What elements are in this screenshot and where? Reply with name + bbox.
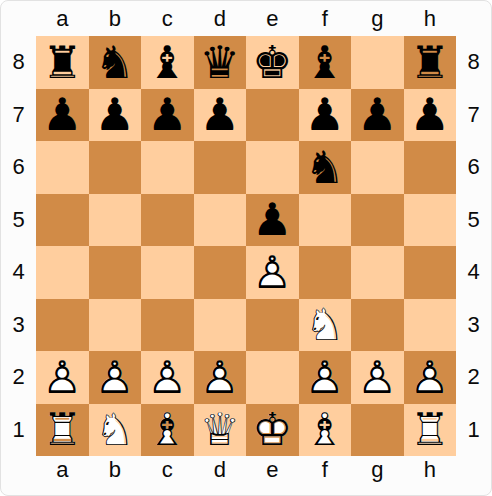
square-h3[interactable]	[404, 299, 457, 352]
piece-black-rook-h8[interactable]: ♜	[404, 36, 457, 89]
piece-black-pawn-d7[interactable]: ♟	[194, 89, 247, 142]
square-d7[interactable]: ♟	[194, 89, 247, 142]
square-d4[interactable]	[194, 246, 247, 299]
piece-white-pawn-a2[interactable]: ♟♙	[36, 351, 89, 404]
square-b2[interactable]: ♟♙	[89, 351, 142, 404]
file-label-g-bottom: g	[351, 448, 404, 491]
square-d2[interactable]: ♟♙	[194, 351, 247, 404]
file-label-e-bottom: e	[246, 448, 299, 491]
square-g8[interactable]	[351, 36, 404, 89]
square-a3[interactable]	[36, 299, 89, 352]
chess-board-panel: abcdefgh 87654321 ♜♞♝♛♚♝♜♟♟♟♟♟♟♟♞♟♟♙♞♘♟♙…	[0, 0, 492, 496]
square-b7[interactable]: ♟	[89, 89, 142, 142]
square-b6[interactable]	[89, 141, 142, 194]
piece-white-pawn-h2[interactable]: ♟♙	[404, 351, 457, 404]
square-a7[interactable]: ♟	[36, 89, 89, 142]
file-label-d-bottom: d	[194, 448, 247, 491]
square-h5[interactable]	[404, 194, 457, 247]
square-a2[interactable]: ♟♙	[36, 351, 89, 404]
piece-black-pawn-a7[interactable]: ♟	[36, 89, 89, 142]
piece-black-knight-b8[interactable]: ♞	[89, 36, 142, 89]
white-piece-outline-layer: ♙	[141, 351, 194, 404]
square-f8[interactable]: ♝	[299, 36, 352, 89]
square-h8[interactable]: ♜	[404, 36, 457, 89]
square-a8[interactable]: ♜	[36, 36, 89, 89]
rank-label-6-left: 6	[1, 141, 36, 194]
piece-black-pawn-e5[interactable]: ♟	[246, 194, 299, 247]
square-f2[interactable]: ♟♙	[299, 351, 352, 404]
square-e3[interactable]	[246, 299, 299, 352]
file-label-f-top: f	[299, 1, 352, 36]
square-g5[interactable]	[351, 194, 404, 247]
file-labels-bottom: abcdefgh	[36, 448, 456, 491]
square-h7[interactable]: ♟	[404, 89, 457, 142]
white-piece-outline-layer: ♘	[299, 299, 352, 352]
square-e2[interactable]	[246, 351, 299, 404]
square-h6[interactable]	[404, 141, 457, 194]
file-label-a-top: a	[36, 1, 89, 36]
piece-black-bishop-f8[interactable]: ♝	[299, 36, 352, 89]
piece-black-queen-d8[interactable]: ♛	[194, 36, 247, 89]
square-f4[interactable]	[299, 246, 352, 299]
rank-label-2-left: 2	[1, 351, 36, 404]
piece-white-pawn-d2[interactable]: ♟♙	[194, 351, 247, 404]
piece-black-king-e8[interactable]: ♚	[246, 36, 299, 89]
square-f7[interactable]: ♟	[299, 89, 352, 142]
square-b4[interactable]	[89, 246, 142, 299]
file-label-c-top: c	[141, 1, 194, 36]
square-c5[interactable]	[141, 194, 194, 247]
square-f5[interactable]	[299, 194, 352, 247]
square-b3[interactable]	[89, 299, 142, 352]
rank-label-5-left: 5	[1, 194, 36, 247]
white-piece-outline-layer: ♙	[36, 351, 89, 404]
piece-white-pawn-f2[interactable]: ♟♙	[299, 351, 352, 404]
rank-label-7-left: 7	[1, 89, 36, 142]
square-f3[interactable]: ♞♘	[299, 299, 352, 352]
square-g3[interactable]	[351, 299, 404, 352]
rank-label-5-right: 5	[456, 194, 491, 247]
rank-label-3-left: 3	[1, 299, 36, 352]
square-e7[interactable]	[246, 89, 299, 142]
square-c2[interactable]: ♟♙	[141, 351, 194, 404]
rank-label-6-right: 6	[456, 141, 491, 194]
square-b5[interactable]	[89, 194, 142, 247]
rank-label-4-left: 4	[1, 246, 36, 299]
rank-labels-right: 87654321	[456, 36, 491, 456]
piece-white-knight-f3[interactable]: ♞♘	[299, 299, 352, 352]
file-label-b-bottom: b	[89, 448, 142, 491]
piece-black-knight-f6[interactable]: ♞	[299, 141, 352, 194]
rank-label-7-right: 7	[456, 89, 491, 142]
square-a6[interactable]	[36, 141, 89, 194]
piece-black-pawn-h7[interactable]: ♟	[404, 89, 457, 142]
rank-label-8-left: 8	[1, 36, 36, 89]
square-g6[interactable]	[351, 141, 404, 194]
piece-black-bishop-c8[interactable]: ♝	[141, 36, 194, 89]
square-g7[interactable]: ♟	[351, 89, 404, 142]
piece-white-pawn-e4[interactable]: ♟♙	[246, 246, 299, 299]
file-label-h-bottom: h	[404, 448, 457, 491]
square-d5[interactable]	[194, 194, 247, 247]
file-label-g-top: g	[351, 1, 404, 36]
square-e8[interactable]: ♚	[246, 36, 299, 89]
square-h2[interactable]: ♟♙	[404, 351, 457, 404]
white-piece-outline-layer: ♙	[351, 351, 404, 404]
piece-black-pawn-c7[interactable]: ♟	[141, 89, 194, 142]
file-label-a-bottom: a	[36, 448, 89, 491]
square-d3[interactable]	[194, 299, 247, 352]
rank-label-4-right: 4	[456, 246, 491, 299]
square-d6[interactable]	[194, 141, 247, 194]
square-e6[interactable]	[246, 141, 299, 194]
square-c3[interactable]	[141, 299, 194, 352]
square-c8[interactable]: ♝	[141, 36, 194, 89]
piece-black-pawn-f7[interactable]: ♟	[299, 89, 352, 142]
square-a4[interactable]	[36, 246, 89, 299]
rank-labels-left: 87654321	[1, 36, 36, 456]
square-g4[interactable]	[351, 246, 404, 299]
file-label-d-top: d	[194, 1, 247, 36]
file-label-h-top: h	[404, 1, 457, 36]
white-piece-outline-layer: ♙	[246, 246, 299, 299]
square-e5[interactable]: ♟	[246, 194, 299, 247]
piece-white-pawn-b2[interactable]: ♟♙	[89, 351, 142, 404]
white-piece-outline-layer: ♙	[194, 351, 247, 404]
white-piece-outline-layer: ♙	[299, 351, 352, 404]
file-label-c-bottom: c	[141, 448, 194, 491]
square-a5[interactable]	[36, 194, 89, 247]
white-piece-outline-layer: ♙	[89, 351, 142, 404]
square-b8[interactable]: ♞	[89, 36, 142, 89]
file-label-b-top: b	[89, 1, 142, 36]
file-label-e-top: e	[246, 1, 299, 36]
square-c4[interactable]	[141, 246, 194, 299]
piece-black-pawn-b7[interactable]: ♟	[89, 89, 142, 142]
rank-label-8-right: 8	[456, 36, 491, 89]
piece-black-rook-a8[interactable]: ♜	[36, 36, 89, 89]
rank-label-3-right: 3	[456, 299, 491, 352]
rank-label-1-right: 1	[456, 404, 491, 457]
square-f6[interactable]: ♞	[299, 141, 352, 194]
square-e4[interactable]: ♟♙	[246, 246, 299, 299]
piece-white-pawn-g2[interactable]: ♟♙	[351, 351, 404, 404]
rank-label-1-left: 1	[1, 404, 36, 457]
file-labels-top: abcdefgh	[36, 1, 456, 36]
piece-white-pawn-c2[interactable]: ♟♙	[141, 351, 194, 404]
square-c6[interactable]	[141, 141, 194, 194]
white-piece-outline-layer: ♙	[404, 351, 457, 404]
square-d8[interactable]: ♛	[194, 36, 247, 89]
piece-black-pawn-g7[interactable]: ♟	[351, 89, 404, 142]
square-h4[interactable]	[404, 246, 457, 299]
file-label-f-bottom: f	[299, 448, 352, 491]
rank-label-2-right: 2	[456, 351, 491, 404]
square-g2[interactable]: ♟♙	[351, 351, 404, 404]
chess-board: ♜♞♝♛♚♝♜♟♟♟♟♟♟♟♞♟♟♙♞♘♟♙♟♙♟♙♟♙♟♙♟♙♟♙♜♖♞♘♝♗…	[36, 36, 456, 456]
square-c7[interactable]: ♟	[141, 89, 194, 142]
